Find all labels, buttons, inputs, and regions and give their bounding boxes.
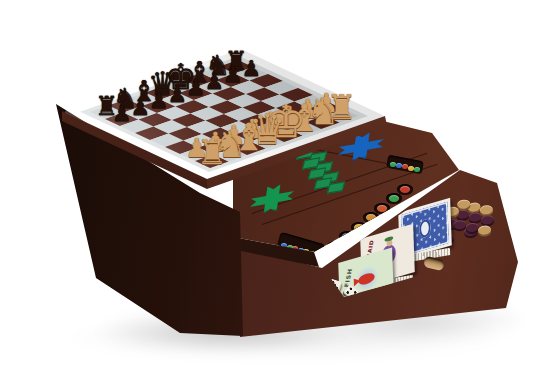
token-chip[interactable] (342, 233, 352, 240)
token-chip[interactable] (389, 195, 399, 202)
token-chip[interactable] (377, 205, 387, 212)
tiddlywink-chip[interactable] (414, 167, 420, 172)
ludo-path-tile (327, 181, 345, 193)
token-chip[interactable] (330, 243, 340, 250)
token-well (386, 193, 402, 204)
token-well (363, 212, 379, 223)
checker-piece[interactable] (468, 212, 482, 222)
token-well (351, 222, 367, 233)
token-well (339, 231, 355, 242)
product-photo-game-cabinet: OLD MAID GO FISH (0, 0, 540, 370)
token-chip[interactable] (354, 224, 364, 231)
checker-piece[interactable] (481, 215, 495, 225)
token-well (374, 203, 390, 214)
token-chip[interactable] (366, 214, 376, 221)
checker-piece[interactable] (479, 205, 493, 215)
checker-piece[interactable] (478, 225, 492, 235)
token-well (327, 241, 343, 252)
token-chip[interactable] (400, 186, 410, 193)
token-well (397, 184, 413, 195)
